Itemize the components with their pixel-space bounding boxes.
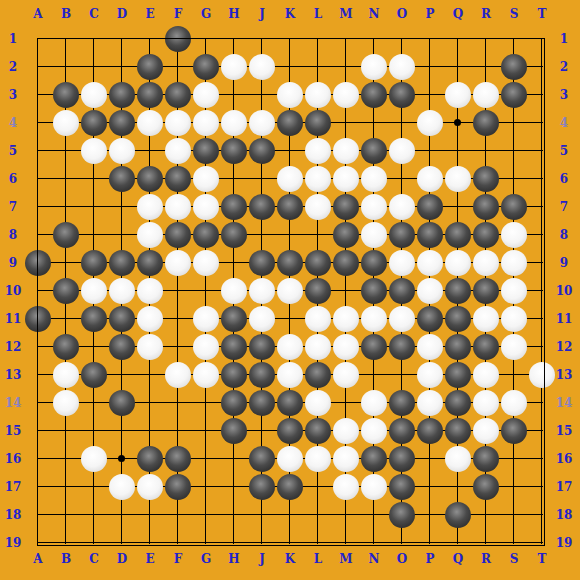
intersection-E14[interactable] <box>136 389 164 417</box>
intersection-K19[interactable] <box>276 529 304 557</box>
intersection-H12[interactable] <box>220 333 248 361</box>
intersection-K9[interactable] <box>276 249 304 277</box>
intersection-H11[interactable] <box>220 305 248 333</box>
intersection-R10[interactable] <box>472 277 500 305</box>
intersection-S19[interactable] <box>500 529 528 557</box>
intersection-P17[interactable] <box>416 473 444 501</box>
intersection-S14[interactable] <box>500 389 528 417</box>
intersection-D17[interactable] <box>108 473 136 501</box>
intersection-A11[interactable] <box>24 305 52 333</box>
intersection-P19[interactable] <box>416 529 444 557</box>
intersection-F1[interactable] <box>164 25 192 53</box>
intersection-G14[interactable] <box>192 389 220 417</box>
intersection-E4[interactable] <box>136 109 164 137</box>
intersection-F18[interactable] <box>164 501 192 529</box>
intersection-T8[interactable] <box>528 221 556 249</box>
intersection-D15[interactable] <box>108 417 136 445</box>
intersection-J6[interactable] <box>248 165 276 193</box>
intersection-Q11[interactable] <box>444 305 472 333</box>
intersection-E13[interactable] <box>136 361 164 389</box>
intersection-L11[interactable] <box>304 305 332 333</box>
intersection-Q15[interactable] <box>444 417 472 445</box>
intersection-L4[interactable] <box>304 109 332 137</box>
intersection-N7[interactable] <box>360 193 388 221</box>
intersection-H9[interactable] <box>220 249 248 277</box>
intersection-R19[interactable] <box>472 529 500 557</box>
intersection-R6[interactable] <box>472 165 500 193</box>
intersection-H17[interactable] <box>220 473 248 501</box>
intersection-A6[interactable] <box>24 165 52 193</box>
intersection-T19[interactable] <box>528 529 556 557</box>
intersection-B13[interactable] <box>52 361 80 389</box>
intersection-G5[interactable] <box>192 137 220 165</box>
intersection-P14[interactable] <box>416 389 444 417</box>
intersection-C4[interactable] <box>80 109 108 137</box>
intersection-E18[interactable] <box>136 501 164 529</box>
intersection-P12[interactable] <box>416 333 444 361</box>
intersection-G12[interactable] <box>192 333 220 361</box>
intersection-G7[interactable] <box>192 193 220 221</box>
intersection-F9[interactable] <box>164 249 192 277</box>
intersection-R17[interactable] <box>472 473 500 501</box>
intersection-F10[interactable] <box>164 277 192 305</box>
intersection-M13[interactable] <box>332 361 360 389</box>
intersection-D14[interactable] <box>108 389 136 417</box>
intersection-L5[interactable] <box>304 137 332 165</box>
intersection-J4[interactable] <box>248 109 276 137</box>
intersection-B9[interactable] <box>52 249 80 277</box>
intersection-C10[interactable] <box>80 277 108 305</box>
intersection-T1[interactable] <box>528 25 556 53</box>
intersection-Q13[interactable] <box>444 361 472 389</box>
intersection-C7[interactable] <box>80 193 108 221</box>
intersection-E7[interactable] <box>136 193 164 221</box>
intersection-A1[interactable] <box>24 25 52 53</box>
intersection-C3[interactable] <box>80 81 108 109</box>
intersection-B16[interactable] <box>52 445 80 473</box>
intersection-O5[interactable] <box>388 137 416 165</box>
intersection-G13[interactable] <box>192 361 220 389</box>
intersection-K8[interactable] <box>276 221 304 249</box>
intersection-M19[interactable] <box>332 529 360 557</box>
intersection-R5[interactable] <box>472 137 500 165</box>
intersection-A10[interactable] <box>24 277 52 305</box>
intersection-G16[interactable] <box>192 445 220 473</box>
intersection-J9[interactable] <box>248 249 276 277</box>
intersection-P2[interactable] <box>416 53 444 81</box>
intersection-C6[interactable] <box>80 165 108 193</box>
intersection-D4[interactable] <box>108 109 136 137</box>
intersection-N5[interactable] <box>360 137 388 165</box>
intersection-S4[interactable] <box>500 109 528 137</box>
intersection-G10[interactable] <box>192 277 220 305</box>
intersection-F11[interactable] <box>164 305 192 333</box>
intersection-O18[interactable] <box>388 501 416 529</box>
intersection-L10[interactable] <box>304 277 332 305</box>
intersection-H10[interactable] <box>220 277 248 305</box>
intersection-M18[interactable] <box>332 501 360 529</box>
intersection-A19[interactable] <box>24 529 52 557</box>
intersection-N12[interactable] <box>360 333 388 361</box>
intersection-S11[interactable] <box>500 305 528 333</box>
intersection-C16[interactable] <box>80 445 108 473</box>
intersection-J3[interactable] <box>248 81 276 109</box>
intersection-S10[interactable] <box>500 277 528 305</box>
intersection-N1[interactable] <box>360 25 388 53</box>
intersection-D12[interactable] <box>108 333 136 361</box>
intersection-F12[interactable] <box>164 333 192 361</box>
intersection-T2[interactable] <box>528 53 556 81</box>
intersection-A5[interactable] <box>24 137 52 165</box>
intersection-S13[interactable] <box>500 361 528 389</box>
intersection-B5[interactable] <box>52 137 80 165</box>
intersection-O3[interactable] <box>388 81 416 109</box>
intersection-G9[interactable] <box>192 249 220 277</box>
intersection-L2[interactable] <box>304 53 332 81</box>
intersection-B11[interactable] <box>52 305 80 333</box>
intersection-F19[interactable] <box>164 529 192 557</box>
intersection-J17[interactable] <box>248 473 276 501</box>
intersection-Q4[interactable] <box>444 109 472 137</box>
intersection-P3[interactable] <box>416 81 444 109</box>
intersection-E3[interactable] <box>136 81 164 109</box>
intersection-K6[interactable] <box>276 165 304 193</box>
intersection-R16[interactable] <box>472 445 500 473</box>
intersection-C9[interactable] <box>80 249 108 277</box>
intersection-Q6[interactable] <box>444 165 472 193</box>
intersection-A15[interactable] <box>24 417 52 445</box>
intersection-E15[interactable] <box>136 417 164 445</box>
intersection-J15[interactable] <box>248 417 276 445</box>
intersection-G2[interactable] <box>192 53 220 81</box>
intersection-B19[interactable] <box>52 529 80 557</box>
intersection-M11[interactable] <box>332 305 360 333</box>
intersection-G1[interactable] <box>192 25 220 53</box>
intersection-N3[interactable] <box>360 81 388 109</box>
intersection-H4[interactable] <box>220 109 248 137</box>
intersection-L16[interactable] <box>304 445 332 473</box>
intersection-P8[interactable] <box>416 221 444 249</box>
intersection-Q1[interactable] <box>444 25 472 53</box>
intersection-Q2[interactable] <box>444 53 472 81</box>
intersection-A14[interactable] <box>24 389 52 417</box>
intersection-O14[interactable] <box>388 389 416 417</box>
intersection-Q3[interactable] <box>444 81 472 109</box>
intersection-N6[interactable] <box>360 165 388 193</box>
intersection-S6[interactable] <box>500 165 528 193</box>
intersection-A7[interactable] <box>24 193 52 221</box>
intersection-O12[interactable] <box>388 333 416 361</box>
intersection-O9[interactable] <box>388 249 416 277</box>
intersection-P18[interactable] <box>416 501 444 529</box>
intersection-Q16[interactable] <box>444 445 472 473</box>
intersection-G18[interactable] <box>192 501 220 529</box>
intersection-E9[interactable] <box>136 249 164 277</box>
intersection-D9[interactable] <box>108 249 136 277</box>
intersection-R9[interactable] <box>472 249 500 277</box>
intersection-N9[interactable] <box>360 249 388 277</box>
intersection-C8[interactable] <box>80 221 108 249</box>
intersection-L1[interactable] <box>304 25 332 53</box>
intersection-D6[interactable] <box>108 165 136 193</box>
intersection-R4[interactable] <box>472 109 500 137</box>
intersection-T15[interactable] <box>528 417 556 445</box>
intersection-C18[interactable] <box>80 501 108 529</box>
intersection-K12[interactable] <box>276 333 304 361</box>
intersection-T6[interactable] <box>528 165 556 193</box>
intersection-R14[interactable] <box>472 389 500 417</box>
intersection-M8[interactable] <box>332 221 360 249</box>
intersection-N4[interactable] <box>360 109 388 137</box>
intersection-H2[interactable] <box>220 53 248 81</box>
intersection-F4[interactable] <box>164 109 192 137</box>
intersection-E2[interactable] <box>136 53 164 81</box>
intersection-H1[interactable] <box>220 25 248 53</box>
intersection-Q8[interactable] <box>444 221 472 249</box>
intersection-O6[interactable] <box>388 165 416 193</box>
intersection-K10[interactable] <box>276 277 304 305</box>
intersection-T18[interactable] <box>528 501 556 529</box>
intersection-R12[interactable] <box>472 333 500 361</box>
intersection-S7[interactable] <box>500 193 528 221</box>
intersection-D19[interactable] <box>108 529 136 557</box>
intersection-L12[interactable] <box>304 333 332 361</box>
intersection-A13[interactable] <box>24 361 52 389</box>
intersection-M7[interactable] <box>332 193 360 221</box>
intersection-J16[interactable] <box>248 445 276 473</box>
intersection-M14[interactable] <box>332 389 360 417</box>
intersection-R13[interactable] <box>472 361 500 389</box>
intersection-Q18[interactable] <box>444 501 472 529</box>
intersection-R11[interactable] <box>472 305 500 333</box>
intersection-G15[interactable] <box>192 417 220 445</box>
intersection-A3[interactable] <box>24 81 52 109</box>
intersection-M5[interactable] <box>332 137 360 165</box>
intersection-K15[interactable] <box>276 417 304 445</box>
intersection-M17[interactable] <box>332 473 360 501</box>
intersection-J18[interactable] <box>248 501 276 529</box>
intersection-L13[interactable] <box>304 361 332 389</box>
intersection-H19[interactable] <box>220 529 248 557</box>
intersection-F6[interactable] <box>164 165 192 193</box>
intersection-T17[interactable] <box>528 473 556 501</box>
intersection-A17[interactable] <box>24 473 52 501</box>
intersection-F17[interactable] <box>164 473 192 501</box>
intersection-P7[interactable] <box>416 193 444 221</box>
intersection-Q9[interactable] <box>444 249 472 277</box>
intersection-L15[interactable] <box>304 417 332 445</box>
intersection-L18[interactable] <box>304 501 332 529</box>
intersection-B6[interactable] <box>52 165 80 193</box>
intersection-D7[interactable] <box>108 193 136 221</box>
intersection-O11[interactable] <box>388 305 416 333</box>
intersection-C13[interactable] <box>80 361 108 389</box>
intersection-B12[interactable] <box>52 333 80 361</box>
intersection-E19[interactable] <box>136 529 164 557</box>
intersection-H15[interactable] <box>220 417 248 445</box>
intersection-S12[interactable] <box>500 333 528 361</box>
intersection-E6[interactable] <box>136 165 164 193</box>
intersection-N2[interactable] <box>360 53 388 81</box>
intersection-N13[interactable] <box>360 361 388 389</box>
intersection-O16[interactable] <box>388 445 416 473</box>
intersection-M6[interactable] <box>332 165 360 193</box>
intersection-O1[interactable] <box>388 25 416 53</box>
intersection-C17[interactable] <box>80 473 108 501</box>
intersection-J8[interactable] <box>248 221 276 249</box>
intersection-H16[interactable] <box>220 445 248 473</box>
intersection-E16[interactable] <box>136 445 164 473</box>
intersection-S3[interactable] <box>500 81 528 109</box>
intersection-F8[interactable] <box>164 221 192 249</box>
intersection-M15[interactable] <box>332 417 360 445</box>
intersection-P13[interactable] <box>416 361 444 389</box>
intersection-H14[interactable] <box>220 389 248 417</box>
intersection-P15[interactable] <box>416 417 444 445</box>
intersection-G8[interactable] <box>192 221 220 249</box>
intersection-P5[interactable] <box>416 137 444 165</box>
intersection-D18[interactable] <box>108 501 136 529</box>
intersection-R18[interactable] <box>472 501 500 529</box>
intersection-T13[interactable] <box>528 361 556 389</box>
intersection-N11[interactable] <box>360 305 388 333</box>
intersection-N18[interactable] <box>360 501 388 529</box>
intersection-O19[interactable] <box>388 529 416 557</box>
intersection-D13[interactable] <box>108 361 136 389</box>
intersection-E17[interactable] <box>136 473 164 501</box>
intersection-N19[interactable] <box>360 529 388 557</box>
intersection-J19[interactable] <box>248 529 276 557</box>
intersection-M10[interactable] <box>332 277 360 305</box>
intersection-R2[interactable] <box>472 53 500 81</box>
intersection-L3[interactable] <box>304 81 332 109</box>
intersection-K16[interactable] <box>276 445 304 473</box>
intersection-M4[interactable] <box>332 109 360 137</box>
intersection-K3[interactable] <box>276 81 304 109</box>
intersection-F13[interactable] <box>164 361 192 389</box>
intersection-H6[interactable] <box>220 165 248 193</box>
intersection-C1[interactable] <box>80 25 108 53</box>
intersection-G11[interactable] <box>192 305 220 333</box>
intersection-F16[interactable] <box>164 445 192 473</box>
intersection-O10[interactable] <box>388 277 416 305</box>
intersection-G6[interactable] <box>192 165 220 193</box>
intersection-J12[interactable] <box>248 333 276 361</box>
intersection-N17[interactable] <box>360 473 388 501</box>
intersection-R8[interactable] <box>472 221 500 249</box>
intersection-L9[interactable] <box>304 249 332 277</box>
intersection-A8[interactable] <box>24 221 52 249</box>
intersection-H3[interactable] <box>220 81 248 109</box>
intersection-J11[interactable] <box>248 305 276 333</box>
intersection-Q17[interactable] <box>444 473 472 501</box>
intersection-F7[interactable] <box>164 193 192 221</box>
intersection-O8[interactable] <box>388 221 416 249</box>
intersection-B7[interactable] <box>52 193 80 221</box>
intersection-Q7[interactable] <box>444 193 472 221</box>
intersection-M2[interactable] <box>332 53 360 81</box>
intersection-H7[interactable] <box>220 193 248 221</box>
intersection-G4[interactable] <box>192 109 220 137</box>
intersection-D16[interactable] <box>108 445 136 473</box>
intersection-P11[interactable] <box>416 305 444 333</box>
intersection-B4[interactable] <box>52 109 80 137</box>
intersection-D10[interactable] <box>108 277 136 305</box>
intersection-S15[interactable] <box>500 417 528 445</box>
intersection-N15[interactable] <box>360 417 388 445</box>
intersection-P16[interactable] <box>416 445 444 473</box>
intersection-J5[interactable] <box>248 137 276 165</box>
intersection-B15[interactable] <box>52 417 80 445</box>
intersection-A9[interactable] <box>24 249 52 277</box>
intersection-C5[interactable] <box>80 137 108 165</box>
intersection-O13[interactable] <box>388 361 416 389</box>
intersection-N10[interactable] <box>360 277 388 305</box>
intersection-T10[interactable] <box>528 277 556 305</box>
intersection-C14[interactable] <box>80 389 108 417</box>
intersection-D5[interactable] <box>108 137 136 165</box>
intersection-M16[interactable] <box>332 445 360 473</box>
intersection-P4[interactable] <box>416 109 444 137</box>
intersection-R1[interactable] <box>472 25 500 53</box>
intersection-P9[interactable] <box>416 249 444 277</box>
intersection-Q19[interactable] <box>444 529 472 557</box>
intersection-S5[interactable] <box>500 137 528 165</box>
intersection-A18[interactable] <box>24 501 52 529</box>
intersection-T9[interactable] <box>528 249 556 277</box>
intersection-C12[interactable] <box>80 333 108 361</box>
intersection-P6[interactable] <box>416 165 444 193</box>
intersection-D1[interactable] <box>108 25 136 53</box>
intersection-E11[interactable] <box>136 305 164 333</box>
intersection-R15[interactable] <box>472 417 500 445</box>
intersection-O17[interactable] <box>388 473 416 501</box>
intersection-M3[interactable] <box>332 81 360 109</box>
intersection-B14[interactable] <box>52 389 80 417</box>
intersection-F3[interactable] <box>164 81 192 109</box>
intersection-L17[interactable] <box>304 473 332 501</box>
intersection-S16[interactable] <box>500 445 528 473</box>
intersection-B10[interactable] <box>52 277 80 305</box>
intersection-K14[interactable] <box>276 389 304 417</box>
intersection-T12[interactable] <box>528 333 556 361</box>
intersection-K11[interactable] <box>276 305 304 333</box>
intersection-L6[interactable] <box>304 165 332 193</box>
intersection-S17[interactable] <box>500 473 528 501</box>
intersection-G19[interactable] <box>192 529 220 557</box>
intersection-S8[interactable] <box>500 221 528 249</box>
intersection-T3[interactable] <box>528 81 556 109</box>
intersection-C11[interactable] <box>80 305 108 333</box>
intersection-S1[interactable] <box>500 25 528 53</box>
intersection-S18[interactable] <box>500 501 528 529</box>
intersection-O4[interactable] <box>388 109 416 137</box>
intersection-P1[interactable] <box>416 25 444 53</box>
intersection-A4[interactable] <box>24 109 52 137</box>
intersection-L19[interactable] <box>304 529 332 557</box>
intersection-N14[interactable] <box>360 389 388 417</box>
intersection-D3[interactable] <box>108 81 136 109</box>
intersection-K13[interactable] <box>276 361 304 389</box>
intersection-C19[interactable] <box>80 529 108 557</box>
intersection-F15[interactable] <box>164 417 192 445</box>
intersection-J14[interactable] <box>248 389 276 417</box>
intersection-H5[interactable] <box>220 137 248 165</box>
intersection-A16[interactable] <box>24 445 52 473</box>
intersection-B1[interactable] <box>52 25 80 53</box>
intersection-F5[interactable] <box>164 137 192 165</box>
intersection-T14[interactable] <box>528 389 556 417</box>
